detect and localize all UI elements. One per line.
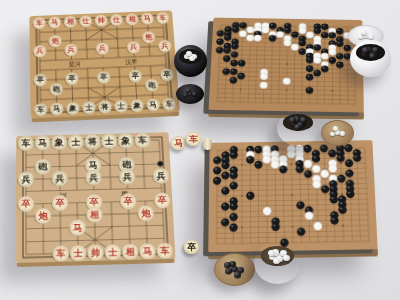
svg-text:马: 马 (53, 105, 61, 114)
svg-text:马: 马 (51, 19, 58, 27)
svg-text:砲: 砲 (52, 85, 62, 94)
loose-piece-character: 马 (174, 139, 183, 148)
white-go-stone (340, 131, 345, 136)
xiangqi-board-bottom-grid: 河界车马象士将士象车砲马砲兵兵兵兵兵卒卒卒卒卒炮相炮马车士帅士相马车 (16, 132, 176, 263)
svg-text:炮: 炮 (51, 37, 59, 45)
svg-text:车: 车 (158, 13, 167, 22)
white-go-stone (358, 34, 364, 39)
white-go-stone (283, 255, 290, 261)
svg-text:士: 士 (104, 136, 114, 146)
svg-text:兵: 兵 (129, 44, 138, 52)
black-go-stone (234, 272, 241, 278)
loose-piece-character: 卒 (187, 243, 196, 252)
svg-text:兵: 兵 (88, 172, 98, 182)
svg-text:车: 车 (137, 135, 147, 145)
svg-text:马: 马 (144, 15, 152, 23)
white-go-stone (189, 56, 195, 61)
svg-text:车: 车 (35, 18, 43, 27)
svg-text:相: 相 (124, 246, 135, 257)
loose-xiangqi-piece: 车 (186, 132, 201, 146)
wood-bowl-with-black-stones (277, 110, 319, 146)
svg-text:马: 马 (38, 138, 47, 148)
svg-text:相: 相 (66, 18, 74, 26)
loose-piece-character: 车 (189, 135, 198, 144)
go-board-bottom-grid (208, 140, 377, 252)
white-jar-with-black-stones-opening (356, 44, 386, 61)
xiangqi-board-top: 楚河汉界车马相仕帅仕相马车炮炮兵兵兵兵兵卒卒卒卒卒砲砲车马象士将士象马车 (30, 10, 176, 116)
white-go-stone (368, 34, 374, 39)
black-go-stone (362, 47, 369, 53)
white-go-stone (273, 258, 280, 264)
svg-text:马: 马 (149, 101, 157, 110)
xiangqi-board-bottom: 河界车马象士将士象车砲马砲兵兵兵兵兵卒卒卒卒卒炮相炮马车士帅士相马车 (16, 131, 172, 261)
svg-text:士: 士 (116, 101, 125, 111)
wood-lid-with-white-stones (321, 120, 354, 146)
loose-xiangqi-piece: 卒 (184, 240, 199, 254)
svg-text:象: 象 (132, 102, 141, 111)
svg-text:象: 象 (68, 104, 77, 113)
svg-text:炮: 炮 (144, 33, 153, 41)
svg-text:兵: 兵 (66, 46, 74, 54)
white-go-stone (361, 30, 367, 35)
svg-text:卒: 卒 (124, 196, 134, 206)
svg-text:卒: 卒 (21, 199, 30, 209)
svg-text:士: 士 (84, 103, 93, 113)
svg-text:车: 车 (55, 248, 66, 259)
svg-text:车: 车 (20, 138, 30, 148)
svg-text:马: 马 (89, 160, 98, 170)
svg-text:车: 车 (164, 99, 173, 109)
svg-text:兵: 兵 (98, 45, 107, 53)
svg-text:汉界: 汉界 (125, 57, 138, 64)
white-go-stone (330, 132, 335, 137)
black-lid-with-black-stones (176, 84, 204, 104)
black-jar-with-white-stones-opening (179, 49, 203, 64)
svg-text:帅: 帅 (96, 17, 104, 25)
black-go-stone (192, 92, 197, 96)
black-go-stone (183, 93, 188, 97)
svg-text:士: 士 (70, 137, 80, 147)
wood-bowl-with-white-stones (254, 241, 301, 284)
svg-text:相: 相 (127, 16, 136, 24)
wood-bowl-with-black-stones-opening (283, 114, 313, 131)
wood-bowl-with-white-stones-opening (261, 246, 295, 266)
svg-text:相: 相 (89, 209, 100, 219)
svg-text:炮: 炮 (38, 211, 48, 221)
go-board-top (211, 16, 363, 112)
svg-text:马: 马 (73, 222, 82, 232)
svg-text:卒: 卒 (130, 72, 139, 80)
svg-text:卒: 卒 (36, 76, 44, 84)
go-board-top-grid (209, 18, 364, 113)
svg-text:马: 马 (143, 246, 153, 257)
svg-text:卒: 卒 (67, 75, 76, 83)
svg-text:卒: 卒 (56, 198, 65, 208)
black-go-stone (369, 53, 376, 59)
svg-text:车: 车 (159, 245, 170, 256)
black-go-stone (186, 88, 191, 92)
svg-text:士: 士 (107, 247, 118, 258)
loose-xiangqi-piece: 马 (171, 136, 186, 150)
svg-text:卒: 卒 (162, 71, 171, 79)
svg-text:兵: 兵 (160, 42, 169, 50)
svg-text:将: 将 (100, 103, 109, 112)
svg-text:炮: 炮 (140, 208, 151, 218)
white-jar-with-black-stones (350, 40, 391, 77)
svg-text:兵: 兵 (54, 173, 64, 183)
black-go-stone (224, 262, 231, 268)
go-board-bottom (209, 139, 375, 251)
xiangqi-piece-on-edge (203, 138, 212, 150)
wood-lid-with-black-stones (214, 253, 255, 286)
svg-text:兵: 兵 (35, 47, 43, 55)
xiangqi-board-top-grid: 楚河汉界车马相仕帅仕相马车炮炮兵兵兵兵兵卒卒卒卒卒砲砲车马象士将士象马车 (29, 10, 180, 118)
svg-text:象: 象 (54, 137, 64, 147)
svg-text:仕: 仕 (112, 16, 120, 24)
svg-text:兵: 兵 (20, 174, 30, 184)
black-go-stone (225, 268, 232, 274)
black-go-stone (294, 124, 301, 130)
svg-text:车: 车 (36, 105, 45, 115)
svg-text:士: 士 (72, 248, 83, 259)
svg-text:兵: 兵 (122, 172, 133, 182)
svg-text:象: 象 (120, 136, 130, 146)
svg-text:将: 将 (87, 137, 97, 147)
svg-text:卒: 卒 (157, 195, 167, 205)
svg-text:兵: 兵 (155, 171, 166, 181)
svg-text:仕: 仕 (81, 17, 89, 25)
svg-text:卒: 卒 (90, 197, 100, 207)
svg-text:帅: 帅 (90, 247, 101, 258)
svg-text:砲: 砲 (37, 162, 48, 172)
scene-tabletop: 楚河汉界车马相仕帅仕相马车炮炮兵兵兵兵兵卒卒卒卒卒砲砲车马象士将士象马车 河界车… (0, 0, 400, 300)
svg-text:卒: 卒 (99, 74, 108, 82)
black-jar-with-white-stones (174, 45, 207, 77)
black-go-stone (300, 117, 307, 123)
svg-text:砲: 砲 (121, 159, 133, 169)
